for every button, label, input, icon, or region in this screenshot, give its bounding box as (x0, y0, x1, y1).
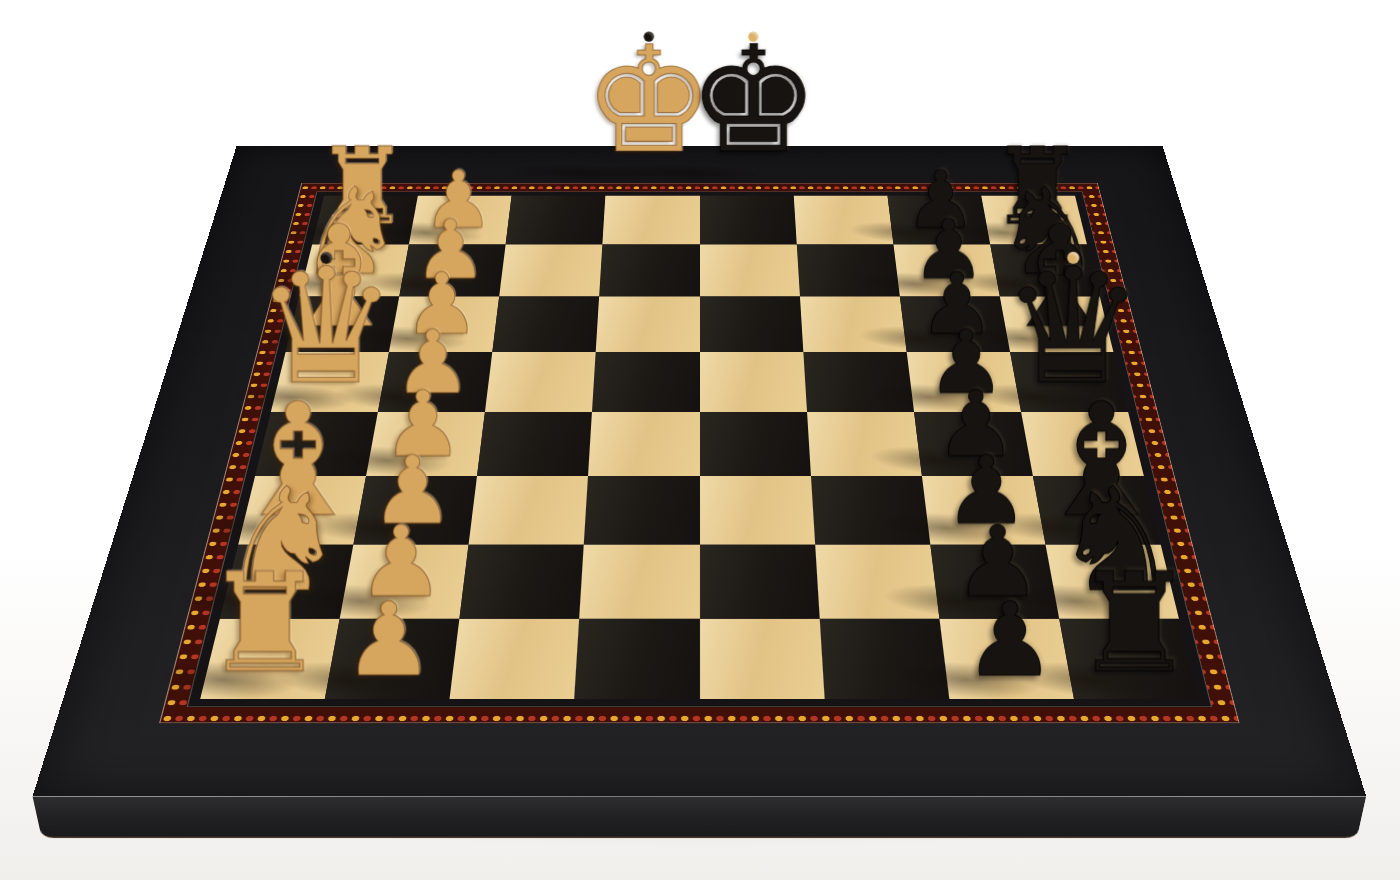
black-pawn[interactable]: ♟ (964, 589, 1056, 691)
square-h8[interactable]: ♜ (1059, 619, 1199, 699)
square-h3[interactable] (450, 619, 580, 699)
square-f4[interactable] (584, 476, 699, 545)
square-b5[interactable] (700, 245, 800, 297)
board-top-surface: ♜♟♟♜♞♟♟♞♝♟♟♝♛♟♟♛♟♟♝♟♟♝♞♟♟♞♜♟♟♜ ♚ ♚ (33, 146, 1367, 796)
square-b3[interactable] (499, 245, 602, 297)
contrasting-finial (644, 31, 654, 41)
chess-board: ♜♟♟♜♞♟♟♞♝♟♟♝♛♟♟♛♟♟♝♟♟♝♞♟♟♞♜♟♟♜ ♚ ♚ (33, 146, 1367, 796)
contrasting-finial (1067, 251, 1079, 263)
square-h5[interactable] (699, 619, 824, 699)
chess-scene: ♜♟♟♜♞♟♟♞♝♟♟♝♛♟♟♛♟♟♝♟♟♝♞♟♟♞♜♟♟♜ ♚ ♚ (0, 0, 1400, 880)
contrasting-finial (320, 251, 332, 263)
square-h1[interactable]: ♜ (200, 619, 340, 699)
square-a3[interactable] (506, 196, 606, 245)
black-rook[interactable]: ♜ (1073, 554, 1196, 691)
square-c3[interactable] (493, 297, 600, 353)
square-h4[interactable] (575, 619, 700, 699)
squares-grid: ♜♟♟♜♞♟♟♞♝♟♟♝♛♟♟♛♟♟♝♟♟♝♞♟♟♞♜♟♟♜ (200, 196, 1198, 699)
square-d3[interactable] (485, 352, 596, 412)
white-rook[interactable]: ♜ (203, 554, 326, 691)
square-h2[interactable]: ♟ (325, 619, 460, 699)
square-d4[interactable] (592, 352, 699, 412)
square-g3[interactable] (460, 544, 584, 618)
square-b4[interactable] (599, 245, 699, 297)
square-e4[interactable] (588, 412, 699, 476)
square-a4[interactable] (603, 196, 700, 245)
square-g5[interactable] (699, 544, 819, 618)
square-h7[interactable]: ♟ (939, 619, 1074, 699)
square-e5[interactable] (699, 412, 810, 476)
square-g4[interactable] (580, 544, 700, 618)
board-front-edge (33, 796, 1367, 838)
square-a5[interactable] (700, 196, 797, 245)
square-d5[interactable] (699, 352, 806, 412)
square-c5[interactable] (700, 297, 803, 353)
square-c4[interactable] (596, 297, 700, 353)
square-e3[interactable] (477, 412, 592, 476)
off-board-black-king[interactable]: ♚ (688, 27, 820, 174)
contrasting-finial (748, 31, 758, 41)
square-f3[interactable] (469, 476, 589, 545)
white-pawn[interactable]: ♟ (343, 589, 435, 691)
square-f5[interactable] (699, 476, 814, 545)
